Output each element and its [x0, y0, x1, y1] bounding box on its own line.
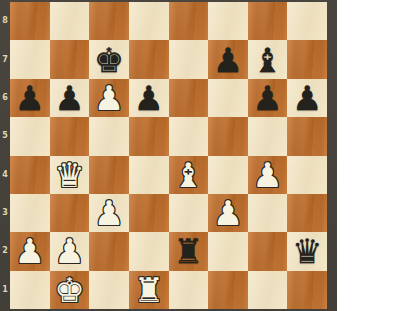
square-d8[interactable] [129, 2, 169, 40]
square-g3[interactable] [248, 194, 288, 232]
rank-label-2: 2 [0, 232, 10, 270]
page-background [337, 0, 414, 311]
square-h6[interactable]: ♟ [287, 79, 327, 117]
square-a6[interactable]: ♟ [10, 79, 50, 117]
square-h3[interactable] [287, 194, 327, 232]
square-g7[interactable]: ♝ [248, 40, 288, 78]
square-e1[interactable] [169, 271, 209, 309]
white-pawn-b2[interactable]: ♟ [50, 232, 90, 270]
square-g5[interactable] [248, 117, 288, 155]
square-f1[interactable] [208, 271, 248, 309]
square-h8[interactable] [287, 2, 327, 40]
square-c5[interactable] [89, 117, 129, 155]
square-a3[interactable] [10, 194, 50, 232]
white-rook-d1[interactable]: ♜ [129, 271, 169, 309]
square-f6[interactable] [208, 79, 248, 117]
rank-label-5: 5 [0, 117, 10, 155]
black-bishop-g7[interactable]: ♝ [248, 40, 288, 78]
square-h2[interactable]: ♛ [287, 232, 327, 270]
black-pawn-f7[interactable]: ♟ [208, 40, 248, 78]
square-h7[interactable] [287, 40, 327, 78]
square-b4[interactable]: ♛ [50, 156, 90, 194]
white-pawn-c3[interactable]: ♟ [89, 194, 129, 232]
square-e6[interactable] [169, 79, 209, 117]
square-a7[interactable] [10, 40, 50, 78]
white-queen-b4[interactable]: ♛ [50, 156, 90, 194]
square-d1[interactable]: ♜ [129, 271, 169, 309]
rank-label-7: 7 [0, 40, 10, 78]
square-e2[interactable]: ♜ [169, 232, 209, 270]
rank-label-strip: 87654321 [0, 2, 10, 309]
square-b1[interactable]: ♚ [50, 271, 90, 309]
square-f7[interactable]: ♟ [208, 40, 248, 78]
square-a8[interactable] [10, 2, 50, 40]
square-b6[interactable]: ♟ [50, 79, 90, 117]
square-d2[interactable] [129, 232, 169, 270]
black-pawn-b6[interactable]: ♟ [50, 79, 90, 117]
square-f2[interactable] [208, 232, 248, 270]
square-a5[interactable] [10, 117, 50, 155]
square-d3[interactable] [129, 194, 169, 232]
square-e5[interactable] [169, 117, 209, 155]
chess-board: ♚♟♝♟♟♟♟♟♟♛♝♟♟♟♟♟♜♛♚♜ [10, 2, 327, 309]
square-c2[interactable] [89, 232, 129, 270]
square-a2[interactable]: ♟ [10, 232, 50, 270]
black-pawn-a6[interactable]: ♟ [10, 79, 50, 117]
square-d5[interactable] [129, 117, 169, 155]
rank-label-8: 8 [0, 2, 10, 40]
white-king-b1[interactable]: ♚ [50, 271, 90, 309]
square-f4[interactable] [208, 156, 248, 194]
square-d4[interactable] [129, 156, 169, 194]
black-queen-h2[interactable]: ♛ [287, 232, 327, 270]
white-pawn-f3[interactable]: ♟ [208, 194, 248, 232]
square-d6[interactable]: ♟ [129, 79, 169, 117]
square-b7[interactable] [50, 40, 90, 78]
square-a4[interactable] [10, 156, 50, 194]
square-b8[interactable] [50, 2, 90, 40]
square-c6[interactable]: ♟ [89, 79, 129, 117]
white-pawn-g4[interactable]: ♟ [248, 156, 288, 194]
black-pawn-g6[interactable]: ♟ [248, 79, 288, 117]
rank-label-4: 4 [0, 156, 10, 194]
square-g4[interactable]: ♟ [248, 156, 288, 194]
black-pawn-d6[interactable]: ♟ [129, 79, 169, 117]
square-b3[interactable] [50, 194, 90, 232]
black-rook-e2[interactable]: ♜ [169, 232, 209, 270]
rank-label-6: 6 [0, 79, 10, 117]
square-c1[interactable] [89, 271, 129, 309]
square-a1[interactable] [10, 271, 50, 309]
square-f3[interactable]: ♟ [208, 194, 248, 232]
square-c4[interactable] [89, 156, 129, 194]
square-d7[interactable] [129, 40, 169, 78]
square-h5[interactable] [287, 117, 327, 155]
rank-label-3: 3 [0, 194, 10, 232]
square-e4[interactable]: ♝ [169, 156, 209, 194]
square-g8[interactable] [248, 2, 288, 40]
square-f5[interactable] [208, 117, 248, 155]
black-king-c7[interactable]: ♚ [89, 40, 129, 78]
square-h1[interactable] [287, 271, 327, 309]
rank-label-1: 1 [0, 271, 10, 309]
square-c8[interactable] [89, 2, 129, 40]
square-c3[interactable]: ♟ [89, 194, 129, 232]
square-f8[interactable] [208, 2, 248, 40]
square-g6[interactable]: ♟ [248, 79, 288, 117]
white-pawn-a2[interactable]: ♟ [10, 232, 50, 270]
board-frame: 87654321 ♚♟♝♟♟♟♟♟♟♛♝♟♟♟♟♟♜♛♚♜ [0, 0, 337, 311]
square-c7[interactable]: ♚ [89, 40, 129, 78]
square-b2[interactable]: ♟ [50, 232, 90, 270]
square-g1[interactable] [248, 271, 288, 309]
white-bishop-e4[interactable]: ♝ [169, 156, 209, 194]
white-pawn-c6[interactable]: ♟ [89, 79, 129, 117]
chess-board-screenshot: 87654321 ♚♟♝♟♟♟♟♟♟♛♝♟♟♟♟♟♜♛♚♜ [0, 0, 414, 311]
square-e7[interactable] [169, 40, 209, 78]
square-e8[interactable] [169, 2, 209, 40]
square-h4[interactable] [287, 156, 327, 194]
square-g2[interactable] [248, 232, 288, 270]
square-e3[interactable] [169, 194, 209, 232]
black-pawn-h6[interactable]: ♟ [287, 79, 327, 117]
square-b5[interactable] [50, 117, 90, 155]
